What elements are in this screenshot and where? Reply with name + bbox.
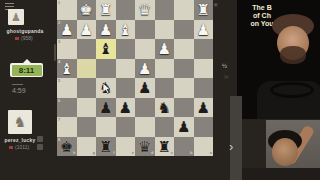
file-label: b xyxy=(190,151,192,155)
square-h6[interactable]: 6 xyxy=(57,98,77,118)
person-face xyxy=(272,138,298,166)
square-h3[interactable]: 3 xyxy=(57,39,77,59)
square-b8[interactable]: b xyxy=(174,137,194,157)
square-f8[interactable]: f♜ xyxy=(96,137,116,157)
square-c2[interactable] xyxy=(155,20,175,40)
square-h5[interactable]: 5 xyxy=(57,78,77,98)
streamer-webcam[interactable]: The B of Ch on You xyxy=(237,0,320,119)
square-h1[interactable]: 1 xyxy=(57,0,77,20)
black-queen-d8[interactable]: ♛ xyxy=(135,137,155,157)
square-c5[interactable] xyxy=(155,78,175,98)
white-player-rating: (958) xyxy=(15,35,33,41)
square-h2[interactable]: 2♟ xyxy=(57,20,77,40)
black-rook-c8[interactable]: ♜ xyxy=(155,137,175,157)
square-d7[interactable] xyxy=(135,117,155,137)
square-e8[interactable]: e xyxy=(116,137,136,157)
square-d6[interactable] xyxy=(135,98,155,118)
square-c8[interactable]: c♜ xyxy=(155,137,175,157)
square-g5[interactable] xyxy=(77,78,97,98)
file-label: g xyxy=(93,151,95,155)
file-label: e xyxy=(132,151,134,155)
black-pawn-e6[interactable]: ♟ xyxy=(116,98,136,118)
square-a8[interactable]: a xyxy=(194,137,214,157)
white-clock: 8:11 xyxy=(10,63,43,77)
square-g7[interactable] xyxy=(77,117,97,137)
black-rook-f8[interactable]: ♜ xyxy=(96,137,116,157)
square-e5[interactable] xyxy=(116,78,136,98)
chevron-right-icon[interactable]: › xyxy=(229,139,233,154)
square-e1[interactable] xyxy=(116,0,136,20)
square-f6[interactable]: ♟ xyxy=(96,98,116,118)
square-f2[interactable]: ♟ xyxy=(96,20,116,40)
square-g6[interactable] xyxy=(77,98,97,118)
square-h7[interactable]: 7 xyxy=(57,117,77,137)
black-pawn-a6[interactable]: ♟ xyxy=(194,98,214,118)
square-f4[interactable] xyxy=(96,59,116,79)
white-rook-f1[interactable]: ♜ xyxy=(96,0,116,20)
white-bishop-e2[interactable]: ♝ xyxy=(116,20,136,40)
square-a7[interactable] xyxy=(194,117,214,137)
square-g8[interactable]: g xyxy=(77,137,97,157)
player-badge-icon[interactable] xyxy=(37,144,43,150)
black-player-rating: (1011) xyxy=(9,144,29,150)
flag-icon: ⚑ xyxy=(223,74,229,82)
square-g2[interactable]: ♟ xyxy=(77,20,97,40)
white-pawn-h2[interactable]: ♟ xyxy=(57,20,77,40)
white-pawn-f2[interactable]: ♟ xyxy=(96,20,116,40)
square-f3[interactable]: ♝ xyxy=(96,39,116,59)
square-h8[interactable]: 8h♚ xyxy=(57,137,77,157)
rank-label: 7 xyxy=(58,118,60,122)
white-player-flag-icon xyxy=(15,37,19,40)
square-b3[interactable] xyxy=(174,39,194,59)
square-b7[interactable]: ♟ xyxy=(174,117,194,137)
white-pawn-d4[interactable]: ♟ xyxy=(135,59,155,79)
black-player-flag-icon xyxy=(9,146,13,149)
square-f7[interactable] xyxy=(96,117,116,137)
black-pawn-d5[interactable]: ♟ xyxy=(135,78,155,98)
white-queen-d1[interactable]: ♛ xyxy=(135,0,155,20)
white-pawn-g2[interactable]: ♟ xyxy=(77,20,97,40)
file-label: a xyxy=(210,151,212,155)
square-e3[interactable] xyxy=(116,39,136,59)
chess-board[interactable]: 1♚♜♛♜2♟♟♟♝♟3♝♟4♝♟5♞♟6♟♟♞♟7♟8h♚gf♜ed♛c♜ba xyxy=(57,0,213,156)
square-g3[interactable] xyxy=(77,39,97,59)
square-c1[interactable] xyxy=(155,0,175,20)
white-player-name[interactable]: ghostgupanda xyxy=(0,28,50,34)
white-king-g1[interactable]: ♚ xyxy=(77,0,97,20)
square-b6[interactable] xyxy=(174,98,194,118)
app-window: ♟ ghostgupanda (958) 8:11 4:59 ♞ perez_l… xyxy=(0,0,320,180)
black-pawn-b7[interactable]: ♟ xyxy=(174,117,194,137)
player-badge-icon[interactable] xyxy=(37,136,43,142)
square-d4[interactable]: ♟ xyxy=(135,59,155,79)
black-pawn-f6[interactable]: ♟ xyxy=(96,98,116,118)
square-h4[interactable]: 4♝ xyxy=(57,59,77,79)
black-king-h8[interactable]: ♚ xyxy=(57,137,77,157)
clock-divider xyxy=(12,84,23,85)
settings-gear-icon[interactable]: ✳ xyxy=(213,1,218,8)
square-e4[interactable] xyxy=(116,59,136,79)
square-b5[interactable] xyxy=(174,78,194,98)
rank-label: 1 xyxy=(58,1,60,5)
square-a4[interactable] xyxy=(194,59,214,79)
square-b4[interactable] xyxy=(174,59,194,79)
square-e2[interactable]: ♝ xyxy=(116,20,136,40)
sidebar: ♟ ghostgupanda (958) 8:11 4:59 ♞ perez_l… xyxy=(0,0,57,180)
headphones-icon xyxy=(270,82,314,98)
sidebar-scrollbar[interactable] xyxy=(54,44,56,61)
secondary-video[interactable] xyxy=(242,120,320,180)
square-d5[interactable]: ♟ xyxy=(135,78,155,98)
avatar-white-player[interactable]: ♟ xyxy=(8,9,24,25)
black-clock-time: 4:59 xyxy=(12,87,26,94)
square-d8[interactable]: d♛ xyxy=(135,137,155,157)
square-d1[interactable]: ♛ xyxy=(135,0,155,20)
square-g4[interactable] xyxy=(77,59,97,79)
square-a3[interactable] xyxy=(194,39,214,59)
square-e7[interactable] xyxy=(116,117,136,137)
square-a1[interactable]: ♜ xyxy=(194,0,214,20)
square-e6[interactable]: ♟ xyxy=(116,98,136,118)
black-player-name[interactable]: perez_lucky xyxy=(0,137,40,143)
square-b2[interactable] xyxy=(174,20,194,40)
streamer-beard xyxy=(280,46,306,64)
rank-label: 6 xyxy=(58,99,60,103)
square-d3[interactable] xyxy=(135,39,155,59)
square-c6[interactable]: ♞ xyxy=(155,98,175,118)
square-a5[interactable] xyxy=(194,78,214,98)
square-g1[interactable]: ♚ xyxy=(77,0,97,20)
black-bishop-f3[interactable]: ♝ xyxy=(96,39,116,59)
square-a2[interactable]: ♟ xyxy=(194,20,214,40)
square-f1[interactable]: ♜ xyxy=(96,0,116,20)
square-d2[interactable] xyxy=(135,20,155,40)
person-body xyxy=(242,168,320,180)
square-c4[interactable] xyxy=(155,59,175,79)
white-clock-time: 8:11 xyxy=(12,65,42,76)
white-rook-a1[interactable]: ♜ xyxy=(194,0,214,20)
white-pawn-c3[interactable]: ♟ xyxy=(155,39,175,59)
black-knight-c6[interactable]: ♞ xyxy=(155,98,175,118)
avatar-black-player[interactable]: ♞ xyxy=(8,110,32,134)
mouse-cursor xyxy=(103,83,111,94)
rank-label: 5 xyxy=(58,79,60,83)
rank-label: 3 xyxy=(58,40,60,44)
white-pawn-a2[interactable]: ♟ xyxy=(194,20,214,40)
square-c7[interactable] xyxy=(155,117,175,137)
half-point-glyph: ½ xyxy=(222,63,227,69)
video-gutter xyxy=(230,96,242,180)
white-bishop-h4[interactable]: ♝ xyxy=(57,59,77,79)
square-b1[interactable] xyxy=(174,0,194,20)
square-c3[interactable]: ♟ xyxy=(155,39,175,59)
square-a6[interactable]: ♟ xyxy=(194,98,214,118)
